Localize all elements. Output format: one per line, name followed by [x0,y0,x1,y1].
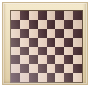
board-square[interactable] [38,38,47,47]
board-square[interactable] [64,73,73,82]
board-square[interactable] [55,55,64,64]
board-square[interactable] [73,73,82,82]
board-square[interactable] [20,47,29,56]
chessboard-photo [0,0,90,90]
board-square[interactable] [20,73,29,82]
board-square[interactable] [64,29,73,38]
board-square[interactable] [38,47,47,56]
board-square[interactable] [29,47,38,56]
board-frame [2,2,88,85]
board-square[interactable] [29,11,38,20]
board-square[interactable] [11,20,20,29]
board-square[interactable] [64,55,73,64]
board-square[interactable] [38,55,47,64]
board-square[interactable] [73,64,82,73]
board-square[interactable] [73,55,82,64]
board-square[interactable] [55,64,64,73]
board-square[interactable] [47,64,56,73]
board-square[interactable] [47,73,56,82]
board-square[interactable] [11,55,20,64]
board-square[interactable] [20,11,29,20]
chess-board[interactable] [10,10,83,83]
board-square[interactable] [11,73,20,82]
board-square[interactable] [64,20,73,29]
board-square[interactable] [11,29,20,38]
board-square[interactable] [47,47,56,56]
board-square[interactable] [11,64,20,73]
board-square[interactable] [38,29,47,38]
board-square[interactable] [20,20,29,29]
board-square[interactable] [64,38,73,47]
board-square[interactable] [64,47,73,56]
board-square[interactable] [47,38,56,47]
board-square[interactable] [47,20,56,29]
board-square[interactable] [73,11,82,20]
board-square[interactable] [55,29,64,38]
board-square[interactable] [55,11,64,20]
board-square[interactable] [73,47,82,56]
board-square[interactable] [38,73,47,82]
board-square[interactable] [11,38,20,47]
board-square[interactable] [55,47,64,56]
board-square[interactable] [38,20,47,29]
board-square[interactable] [64,64,73,73]
board-square[interactable] [20,64,29,73]
board-square[interactable] [38,64,47,73]
board-square[interactable] [73,20,82,29]
board-square[interactable] [73,29,82,38]
board-square[interactable] [29,73,38,82]
board-square[interactable] [29,38,38,47]
board-square[interactable] [20,55,29,64]
board-square[interactable] [55,38,64,47]
board-square[interactable] [38,11,47,20]
board-square[interactable] [47,55,56,64]
board-square[interactable] [11,11,20,20]
board-square[interactable] [47,29,56,38]
board-square[interactable] [64,11,73,20]
board-square[interactable] [20,29,29,38]
board-square[interactable] [55,20,64,29]
board-square[interactable] [11,47,20,56]
board-square[interactable] [73,38,82,47]
board-square[interactable] [20,38,29,47]
board-square[interactable] [29,64,38,73]
board-square[interactable] [55,73,64,82]
board-square[interactable] [29,55,38,64]
board-square[interactable] [47,11,56,20]
board-square[interactable] [29,20,38,29]
board-square[interactable] [29,29,38,38]
